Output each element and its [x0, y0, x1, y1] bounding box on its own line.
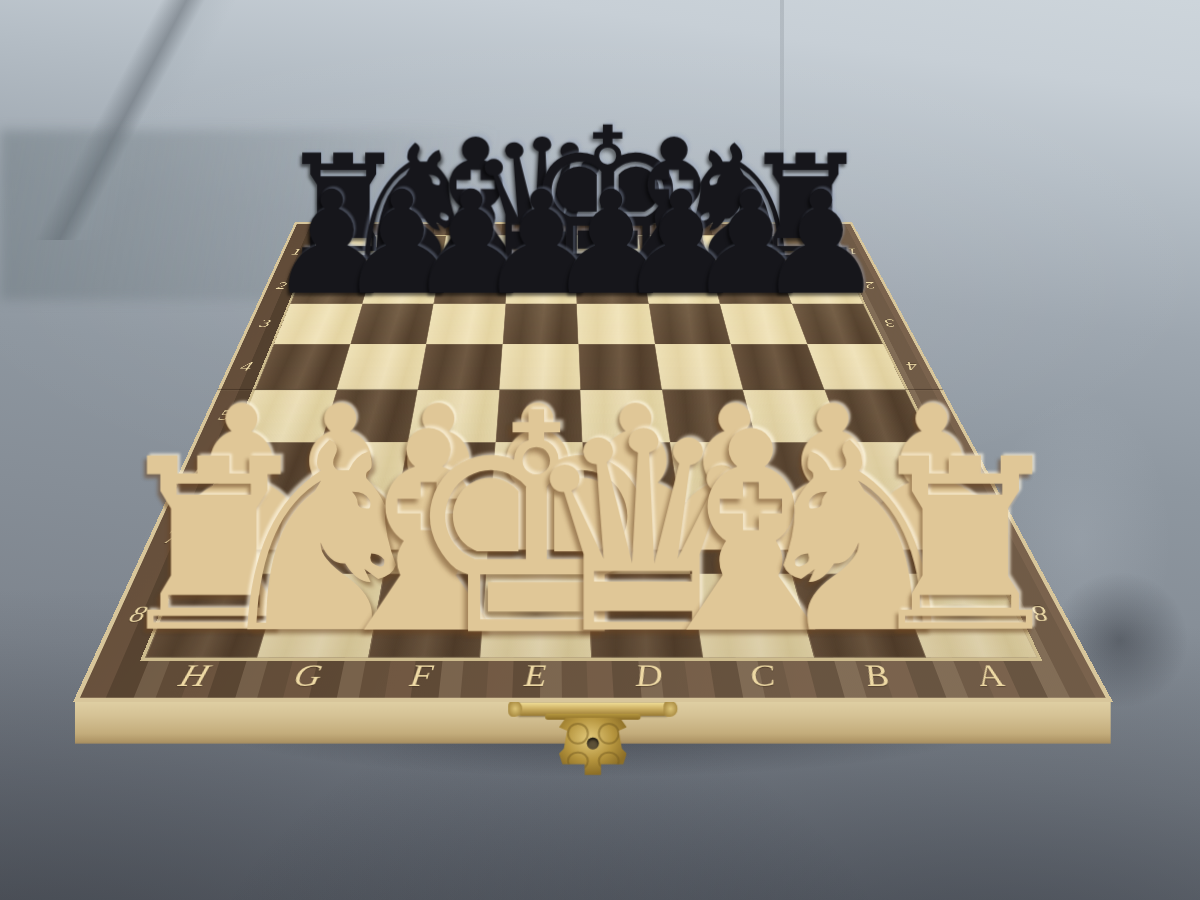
clasp-filigree: [598, 751, 620, 771]
clasp-filigree: [567, 722, 589, 744]
clasp-latch-icon: [508, 701, 677, 801]
square-d3[interactable]: [577, 304, 655, 344]
file-label-g: G: [247, 660, 368, 691]
square-c3[interactable]: [648, 304, 730, 344]
square-a2[interactable]: ♟: [778, 268, 863, 304]
clasp-flap: [559, 718, 627, 778]
square-f3[interactable]: [426, 304, 505, 344]
perspective-scene: ♜♞♝♛♚♝♞♜♟♟♟♟♟♟♟♟♟♟♟♟♟♟♟♟♜♞♝♚♛♝♞♜ 1122334…: [0, 0, 1200, 900]
photo-stage: ♜♞♝♛♚♝♞♜♟♟♟♟♟♟♟♟♟♟♟♟♟♟♟♟♜♞♝♚♛♝♞♜ 1122334…: [0, 0, 1200, 900]
rank-label-left-3: 3: [250, 318, 280, 329]
file-label-b: B: [815, 660, 938, 691]
clasp-filigree: [567, 751, 589, 771]
rank-label-right-1: 1: [839, 247, 866, 256]
clasp-filigree: [598, 722, 620, 744]
rank-label-right-3: 3: [874, 318, 905, 329]
file-label-a: A: [927, 660, 1054, 691]
file-label-c: C: [703, 660, 823, 691]
square-a3[interactable]: [792, 304, 883, 344]
clasp-hole: [587, 738, 599, 750]
rank-label-left-5: 5: [208, 408, 243, 422]
file-label-e: E: [478, 660, 593, 691]
square-e3[interactable]: [502, 304, 578, 344]
file-label-d: D: [592, 660, 708, 691]
board-front-edge: [75, 698, 1111, 744]
board-squares: ♜♞♝♛♚♝♞♜♟♟♟♟♟♟♟♟♟♟♟♟♟♟♟♟♜♞♝♚♛♝♞♜: [140, 235, 1042, 661]
chessboard: ♜♞♝♛♚♝♞♜♟♟♟♟♟♟♟♟♟♟♟♟♟♟♟♟♜♞♝♚♛♝♞♜ 1122334…: [73, 222, 1113, 702]
rank-label-left-4: 4: [230, 360, 262, 373]
file-label-h: H: [132, 660, 256, 691]
rank-label-left-1: 1: [283, 247, 309, 256]
rank-label-right-2: 2: [856, 280, 885, 290]
square-g3[interactable]: [350, 304, 434, 344]
file-label-f: F: [362, 660, 479, 691]
square-h3[interactable]: [274, 304, 362, 344]
rank-label-left-2: 2: [268, 280, 296, 290]
